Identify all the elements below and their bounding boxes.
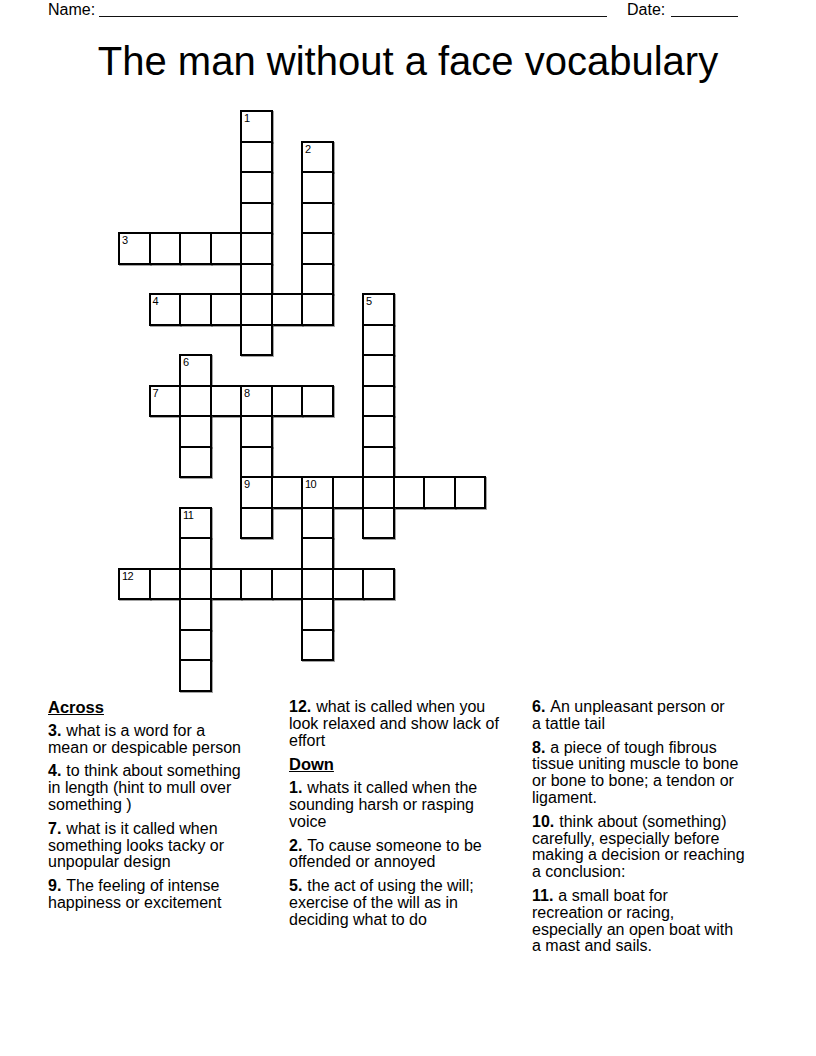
grid-cell-r6c6[interactable] (301, 293, 334, 326)
name-fill-line (99, 0, 607, 17)
cell-number-7: 7 (153, 388, 159, 399)
clue-down-5: 5.the act of using the will; exercise of… (289, 878, 529, 928)
grid-cell-r15c6[interactable] (301, 568, 334, 601)
clue-down-10: 10.think about (something) carefully, es… (532, 814, 787, 881)
grid-cell-r17c6[interactable] (301, 629, 334, 662)
grid-cell-r4c1[interactable] (149, 232, 182, 265)
grid-cell-r12c9[interactable] (393, 476, 426, 509)
clue-text: whats it called when the sounding harsh … (289, 779, 477, 830)
cell-number-8: 8 (244, 388, 250, 399)
grid-cell-r11c8[interactable] (362, 446, 395, 479)
crossword-grid: 123456789101112 (118, 110, 488, 694)
grid-cell-r6c3[interactable] (210, 293, 243, 326)
grid-cell-r12c7[interactable] (332, 476, 365, 509)
clue-text: An unpleasant person or a tattle tail (532, 698, 725, 732)
grid-cell-r8c2[interactable]: 6 (179, 354, 212, 387)
grid-cell-r8c8[interactable] (362, 354, 395, 387)
grid-cell-r15c3[interactable] (210, 568, 243, 601)
clue-number: 1. (289, 779, 302, 796)
clue-number: 12. (289, 698, 311, 715)
clue-across-3: 3.what is a word for a mean or despicabl… (48, 723, 283, 757)
grid-cell-r6c1[interactable]: 4 (149, 293, 182, 326)
grid-cell-r14c6[interactable] (301, 537, 334, 570)
clue-text: a small boat for recreation or racing, e… (532, 887, 733, 954)
clue-number: 11. (532, 887, 553, 904)
grid-cell-r12c5[interactable] (271, 476, 304, 509)
clue-down-8: 8.a piece of tough fibrous tissue unitin… (532, 740, 787, 807)
clue-number: 3. (48, 722, 61, 739)
grid-cell-r5c6[interactable] (301, 263, 334, 296)
clue-across-12: 12.what is called when you look relaxed … (289, 699, 529, 749)
grid-cell-r9c3[interactable] (210, 385, 243, 418)
grid-cell-r7c8[interactable] (362, 324, 395, 357)
grid-cell-r3c4[interactable] (240, 202, 273, 235)
grid-cell-r16c2[interactable] (179, 598, 212, 631)
clue-text: think about (something) carefully, espec… (532, 813, 745, 880)
cell-number-11: 11 (183, 510, 193, 521)
cell-number-1: 1 (244, 113, 250, 124)
clue-text: what is it called when something looks t… (48, 820, 224, 871)
grid-cell-r9c1[interactable]: 7 (149, 385, 182, 418)
clue-down-11: 11.a small boat for recreation or racing… (532, 888, 787, 955)
grid-cell-r14c2[interactable] (179, 537, 212, 570)
grid-cell-r18c2[interactable] (179, 659, 212, 692)
grid-cell-r15c7[interactable] (332, 568, 365, 601)
clue-text: to think about something in length (hint… (48, 762, 241, 813)
across-heading: Across (48, 699, 283, 716)
grid-cell-r13c8[interactable] (362, 507, 395, 540)
clue-number: 10. (532, 813, 554, 830)
clue-down-1: 1.whats it called when the sounding hars… (289, 780, 529, 830)
grid-cell-r13c2[interactable]: 11 (179, 507, 212, 540)
grid-cell-r4c4[interactable] (240, 232, 273, 265)
grid-cell-r9c8[interactable] (362, 385, 395, 418)
clue-number: 2. (289, 837, 302, 854)
date-label: Date: (627, 1, 665, 19)
clue-text: what is a word for a mean or despicable … (48, 722, 241, 756)
grid-cell-r12c4[interactable]: 9 (240, 476, 273, 509)
clue-number: 6. (532, 698, 545, 715)
grid-cell-r15c1[interactable] (149, 568, 182, 601)
clue-text: a piece of tough fibrous tissue uniting … (532, 739, 738, 806)
clue-column-across: Across 3.what is a word for a mean or de… (48, 699, 283, 912)
clue-down-2: 2.To cause someone to be offended or ann… (289, 838, 529, 872)
clue-down-6: 6.An unpleasant person or a tattle tail (532, 699, 787, 733)
grid-cell-r15c4[interactable] (240, 568, 273, 601)
grid-cell-r10c4[interactable] (240, 415, 273, 448)
grid-cell-r3c6[interactable] (301, 202, 334, 235)
grid-cell-r15c8[interactable] (362, 568, 395, 601)
cell-number-12: 12 (122, 571, 133, 582)
grid-cell-r11c4[interactable] (240, 446, 273, 479)
grid-cell-r13c4[interactable] (240, 507, 273, 540)
grid-cell-r6c4[interactable] (240, 293, 273, 326)
cell-number-9: 9 (244, 479, 250, 490)
grid-cell-r1c6[interactable]: 2 (301, 141, 334, 174)
clue-text: the act of using the will; exercise of t… (289, 877, 474, 928)
grid-cell-r12c6[interactable]: 10 (301, 476, 334, 509)
clue-across-9: 9.The feeling of intense happiness or ex… (48, 878, 283, 912)
cell-number-3: 3 (122, 235, 128, 246)
grid-cell-r11c2[interactable] (179, 446, 212, 479)
grid-cell-r9c2[interactable] (179, 385, 212, 418)
puzzle-title: The man without a face vocabulary (0, 38, 816, 85)
grid-cell-r10c8[interactable] (362, 415, 395, 448)
clue-column-middle: 12.what is called when you look relaxed … (289, 699, 529, 929)
grid-cell-r15c5[interactable] (271, 568, 304, 601)
clue-text: The feeling of intense happiness or exci… (48, 877, 221, 911)
grid-cell-r9c4[interactable]: 8 (240, 385, 273, 418)
clue-across-4: 4.to think about something in length (hi… (48, 763, 283, 813)
grid-cell-r0c4[interactable]: 1 (240, 110, 273, 143)
grid-cell-r6c8[interactable]: 5 (362, 293, 395, 326)
clue-across-7: 7.what is it called when something looks… (48, 821, 283, 871)
grid-cell-r12c8[interactable] (362, 476, 395, 509)
grid-cell-r6c2[interactable] (179, 293, 212, 326)
grid-cell-r2c4[interactable] (240, 171, 273, 204)
grid-cell-r1c4[interactable] (240, 141, 273, 174)
clue-text: To cause someone to be offended or annoy… (289, 837, 482, 871)
cell-number-10: 10 (305, 479, 316, 490)
clue-text: what is called when you look relaxed and… (289, 698, 499, 749)
cell-number-5: 5 (366, 296, 372, 307)
worksheet-page: Name: Date: The man without a face vocab… (0, 0, 816, 1056)
grid-cell-r12c10[interactable] (423, 476, 456, 509)
grid-cell-r13c6[interactable] (301, 507, 334, 540)
grid-cell-r12c11[interactable] (454, 476, 487, 509)
name-label: Name: (48, 1, 95, 19)
grid-cell-r15c2[interactable] (179, 568, 212, 601)
grid-cell-r10c2[interactable] (179, 415, 212, 448)
date-fill-line (671, 0, 738, 17)
grid-cell-r5c4[interactable] (240, 263, 273, 296)
grid-cell-r9c6[interactable] (301, 385, 334, 418)
grid-cell-r4c0[interactable]: 3 (118, 232, 151, 265)
grid-cell-r2c6[interactable] (301, 171, 334, 204)
clue-column-right: 6.An unpleasant person or a tattle tail … (532, 699, 787, 955)
clue-number: 5. (289, 877, 302, 894)
clue-number: 8. (532, 739, 545, 756)
clue-number: 4. (48, 762, 61, 779)
grid-cell-r6c5[interactable] (271, 293, 304, 326)
down-heading: Down (289, 756, 529, 773)
clue-number: 7. (48, 820, 61, 837)
grid-cell-r4c2[interactable] (179, 232, 212, 265)
cell-number-4: 4 (153, 296, 159, 307)
cell-number-6: 6 (183, 357, 189, 368)
grid-cell-r17c2[interactable] (179, 629, 212, 662)
grid-cell-r15c0[interactable]: 12 (118, 568, 151, 601)
grid-cell-r4c6[interactable] (301, 232, 334, 265)
grid-cell-r9c5[interactable] (271, 385, 304, 418)
grid-cell-r4c3[interactable] (210, 232, 243, 265)
cell-number-2: 2 (305, 144, 311, 155)
clue-number: 9. (48, 877, 61, 894)
grid-cell-r7c4[interactable] (240, 324, 273, 357)
grid-cell-r16c6[interactable] (301, 598, 334, 631)
